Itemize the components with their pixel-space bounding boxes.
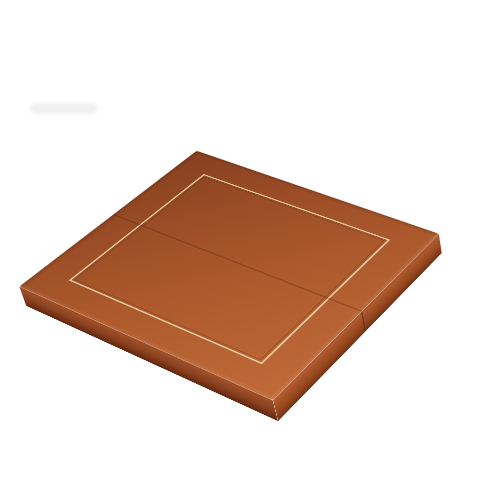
chess-board xyxy=(19,151,439,401)
fold-seam-side-icon xyxy=(361,311,366,332)
product-photo-stage xyxy=(0,0,500,500)
scene xyxy=(0,0,500,500)
